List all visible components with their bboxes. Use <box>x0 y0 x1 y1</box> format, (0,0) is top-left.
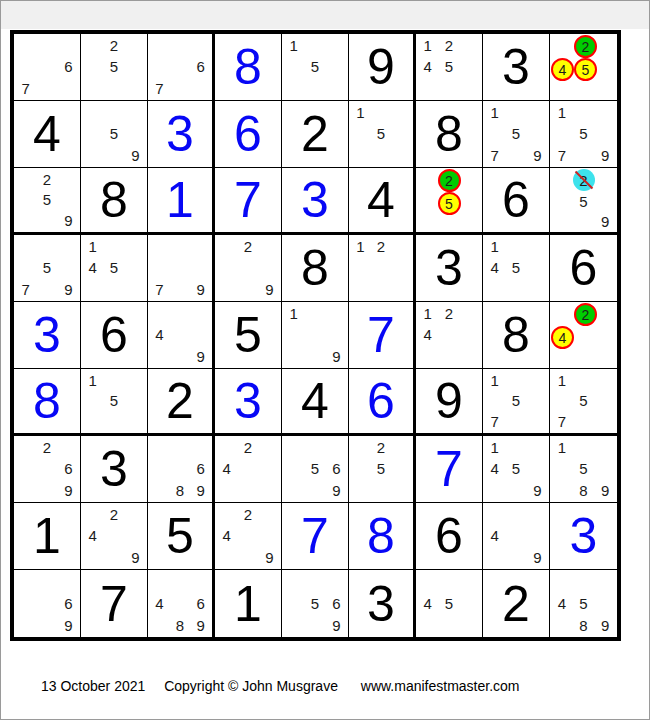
cell-r5c2[interactable]: 6 <box>81 302 148 369</box>
solved-digit: 2 <box>166 376 194 426</box>
cell-r5c6[interactable]: 7 <box>349 302 416 369</box>
candidate-5: 5 <box>103 257 124 278</box>
cell-r7c7[interactable]: 7 <box>416 436 483 503</box>
cell-r7c2[interactable]: 3 <box>81 436 148 503</box>
candidate-9: 9 <box>594 480 616 501</box>
cell-r8c3[interactable]: 5 <box>148 503 215 570</box>
candidate-7: 7 <box>149 78 170 99</box>
solved-digit: 5 <box>234 310 262 360</box>
candidate-6: 6 <box>326 458 347 479</box>
candidate-6: 6 <box>58 56 79 77</box>
solved-digit: 8 <box>100 175 128 225</box>
solved-digit: 1 <box>234 579 262 629</box>
solved-digit: 8 <box>502 310 530 360</box>
solved-digit: 9 <box>435 376 463 426</box>
candidate-2: 2 <box>237 437 258 458</box>
pencil-marks: 157 <box>483 369 549 433</box>
pencil-marks: 259 <box>14 168 80 232</box>
pencil-marks: 259 <box>550 168 617 232</box>
candidate-9: 9 <box>594 614 616 636</box>
solved-digit: 2 <box>301 109 329 159</box>
candidate-7: 7 <box>149 279 170 300</box>
pencil-marks: 12 <box>349 235 413 301</box>
pencil-marks: 249 <box>215 503 281 569</box>
candidate-9: 9 <box>527 480 548 501</box>
candidate-1: 1 <box>350 236 371 257</box>
candidate-5-yellow-highlight: 5 <box>438 192 461 215</box>
cell-r4c2[interactable]: 145 <box>81 235 148 302</box>
candidate-5: 5 <box>304 458 325 479</box>
candidate-5: 5 <box>573 391 595 412</box>
cell-r2c1[interactable]: 4 <box>14 101 81 168</box>
candidate-2: 2 <box>237 236 258 257</box>
cell-r8c5[interactable]: 7 <box>282 503 349 570</box>
top-bar <box>1 1 649 29</box>
candidate-5: 5 <box>505 257 526 278</box>
cell-r7c5[interactable]: 569 <box>282 436 349 503</box>
pencil-marks: 69 <box>14 570 80 637</box>
candidate-9: 9 <box>190 279 211 300</box>
footer-copyright: Copyright © John Musgrave <box>164 678 338 694</box>
pencil-marks: 269 <box>14 436 80 502</box>
cell-r6c4[interactable]: 3 <box>215 369 282 436</box>
candidate-4: 4 <box>484 525 505 546</box>
cell-r4c9[interactable]: 6 <box>550 235 617 302</box>
cell-r1c9[interactable]: 245 <box>550 34 617 101</box>
cell-r8c8[interactable]: 49 <box>483 503 550 570</box>
solved-digit: 3 <box>234 376 262 426</box>
pencil-marks: 145 <box>81 235 147 301</box>
solved-digit: 6 <box>570 243 598 293</box>
pencil-marks: 25 <box>416 168 482 232</box>
candidate-5: 5 <box>505 391 526 412</box>
candidate-2-green-highlight: 2 <box>438 169 461 192</box>
candidate-9: 9 <box>326 346 347 367</box>
solved-digit: 4 <box>367 175 395 225</box>
cell-r5c8[interactable]: 8 <box>483 302 550 369</box>
cell-r4c6[interactable]: 12 <box>349 235 416 302</box>
candidate-1: 1 <box>551 437 573 458</box>
candidate-1: 1 <box>551 102 573 123</box>
candidate-9: 9 <box>326 614 347 636</box>
candidate-9: 9 <box>190 614 211 636</box>
solved-digit: 8 <box>301 243 329 293</box>
cell-r9c4[interactable]: 1 <box>215 570 282 637</box>
cell-r6c1[interactable]: 8 <box>14 369 81 436</box>
candidate-8: 8 <box>170 480 191 501</box>
cell-r7c1[interactable]: 269 <box>14 436 81 503</box>
solved-digit: 6 <box>435 511 463 561</box>
candidate-7: 7 <box>15 78 36 99</box>
cell-r8c4[interactable]: 249 <box>215 503 282 570</box>
cell-r5c3[interactable]: 49 <box>148 302 215 369</box>
pencil-marks: 29 <box>215 235 281 301</box>
solved-digit: 5 <box>166 511 194 561</box>
candidate-2: 2 <box>371 236 392 257</box>
cell-r6c5[interactable]: 4 <box>282 369 349 436</box>
cell-r8c9[interactable]: 3 <box>550 503 617 570</box>
candidate-4: 4 <box>149 593 170 615</box>
candidate-7: 7 <box>551 145 573 166</box>
cell-r7c6[interactable]: 25 <box>349 436 416 503</box>
cell-r5c1[interactable]: 3 <box>14 302 81 369</box>
pencil-marks: 67 <box>148 34 212 100</box>
pencil-marks: 24 <box>215 436 281 502</box>
candidate-2: 2 <box>36 437 57 458</box>
candidate-7: 7 <box>15 279 36 300</box>
footer: 13 October 2021 Copyright © John Musgrav… <box>41 678 520 694</box>
pencil-marks: 689 <box>148 436 212 502</box>
solved-digit: 6 <box>502 175 530 225</box>
candidate-4-yellow-highlight: 4 <box>551 326 574 349</box>
candidate-4: 4 <box>216 458 237 479</box>
candidate-2: 2 <box>438 303 459 324</box>
candidate-4: 4 <box>417 593 438 615</box>
candidate-5: 5 <box>573 593 595 615</box>
candidate-6: 6 <box>190 458 211 479</box>
solved-digit: 7 <box>367 310 395 360</box>
solved-digit: 8 <box>435 109 463 159</box>
cell-r9c3[interactable]: 4689 <box>148 570 215 637</box>
pencil-marks: 45 <box>416 570 482 637</box>
cell-r3c6[interactable]: 4 <box>349 168 416 235</box>
candidate-6: 6 <box>58 458 79 479</box>
solved-digit: 3 <box>33 310 61 360</box>
candidate-1: 1 <box>551 370 573 391</box>
candidate-5: 5 <box>438 56 459 77</box>
candidate-9: 9 <box>595 211 617 231</box>
candidate-4: 4 <box>149 324 170 345</box>
candidate-8: 8 <box>573 614 595 636</box>
pencil-marks: 67 <box>14 34 80 100</box>
cell-r4c5[interactable]: 8 <box>282 235 349 302</box>
solved-digit: 3 <box>435 243 463 293</box>
candidate-5: 5 <box>103 391 124 412</box>
solved-digit: 9 <box>367 42 395 92</box>
cell-r2c6[interactable]: 15 <box>349 101 416 168</box>
cell-r4c4[interactable]: 29 <box>215 235 282 302</box>
cell-r4c1[interactable]: 579 <box>14 235 81 302</box>
candidate-6: 6 <box>190 593 211 615</box>
candidate-8: 8 <box>573 480 595 501</box>
cell-r8c1[interactable]: 1 <box>14 503 81 570</box>
candidate-2: 2 <box>438 35 459 56</box>
footer-date: 13 October 2021 <box>41 678 145 694</box>
cell-r1c2[interactable]: 25 <box>81 34 148 101</box>
cell-r1c3[interactable]: 67 <box>148 34 215 101</box>
candidate-1: 1 <box>417 303 438 324</box>
pencil-marks: 4589 <box>550 570 617 637</box>
solved-digit: 3 <box>570 511 598 561</box>
candidate-2: 2 <box>103 35 124 56</box>
candidate-6: 6 <box>190 56 211 77</box>
pencil-marks: 145 <box>483 235 549 301</box>
cell-r9c1[interactable]: 69 <box>14 570 81 637</box>
cell-r3c8[interactable]: 6 <box>483 168 550 235</box>
candidate-9: 9 <box>259 547 280 568</box>
solved-digit: 7 <box>435 444 463 494</box>
solved-digit: 3 <box>367 579 395 629</box>
cell-r9c6[interactable]: 3 <box>349 570 416 637</box>
cell-r9c7[interactable]: 45 <box>416 570 483 637</box>
candidate-4: 4 <box>216 525 237 546</box>
cell-r3c7[interactable]: 25 <box>416 168 483 235</box>
solved-digit: 8 <box>367 511 395 561</box>
solved-digit: 3 <box>166 109 194 159</box>
cell-r8c2[interactable]: 249 <box>81 503 148 570</box>
candidate-1: 1 <box>484 236 505 257</box>
candidate-6: 6 <box>326 593 347 615</box>
candidate-2-green-highlight: 2 <box>574 35 597 58</box>
candidate-4: 4 <box>417 324 438 345</box>
candidate-9: 9 <box>190 346 211 367</box>
candidate-1: 1 <box>82 236 103 257</box>
solved-digit: 3 <box>502 42 530 92</box>
pencil-marks: 569 <box>282 436 348 502</box>
cell-r1c4[interactable]: 8 <box>215 34 282 101</box>
cell-r3c3[interactable]: 1 <box>148 168 215 235</box>
candidate-5: 5 <box>304 56 325 77</box>
sudoku-board: 6725678159124532454593621581579157925981… <box>10 30 621 641</box>
candidate-7: 7 <box>551 411 573 432</box>
cell-r7c9[interactable]: 1589 <box>550 436 617 503</box>
candidate-2-cyan-highlight: 2 <box>573 169 595 191</box>
pencil-marks: 24 <box>550 302 617 368</box>
candidate-8: 8 <box>170 614 191 636</box>
candidate-4-yellow-highlight: 4 <box>551 58 574 81</box>
candidate-9: 9 <box>594 145 616 166</box>
candidate-1: 1 <box>283 35 304 56</box>
candidate-5: 5 <box>304 593 325 615</box>
cell-r1c6[interactable]: 9 <box>349 34 416 101</box>
cell-r6c9[interactable]: 157 <box>550 369 617 436</box>
candidate-9: 9 <box>58 480 79 501</box>
candidate-4: 4 <box>484 458 505 479</box>
cell-r2c8[interactable]: 1579 <box>483 101 550 168</box>
candidate-9: 9 <box>326 480 347 501</box>
solved-digit: 7 <box>301 511 329 561</box>
candidate-4: 4 <box>484 257 505 278</box>
candidate-9: 9 <box>58 279 79 300</box>
candidate-4: 4 <box>551 593 573 615</box>
cell-r1c1[interactable]: 67 <box>14 34 81 101</box>
cell-r9c8[interactable]: 2 <box>483 570 550 637</box>
candidate-9: 9 <box>125 145 146 166</box>
candidate-5: 5 <box>438 593 459 615</box>
candidate-5: 5 <box>371 123 392 144</box>
cell-r2c3[interactable]: 3 <box>148 101 215 168</box>
cell-r5c5[interactable]: 19 <box>282 302 349 369</box>
candidate-5: 5 <box>36 190 57 211</box>
candidate-9: 9 <box>259 279 280 300</box>
candidate-9: 9 <box>527 145 548 166</box>
cell-r7c8[interactable]: 1459 <box>483 436 550 503</box>
candidate-5: 5 <box>573 458 595 479</box>
cell-r8c6[interactable]: 8 <box>349 503 416 570</box>
candidate-9: 9 <box>125 547 146 568</box>
pencil-marks: 1579 <box>550 101 617 167</box>
candidate-5: 5 <box>103 56 124 77</box>
pencil-marks: 49 <box>148 302 212 368</box>
pencil-marks: 15 <box>81 369 147 433</box>
candidate-5-yellow-highlight: 5 <box>574 58 597 81</box>
cell-r4c8[interactable]: 145 <box>483 235 550 302</box>
candidate-5: 5 <box>505 123 526 144</box>
pencil-marks: 579 <box>14 235 80 301</box>
cell-r2c2[interactable]: 59 <box>81 101 148 168</box>
cell-r4c3[interactable]: 79 <box>148 235 215 302</box>
pencil-marks: 124 <box>416 302 482 368</box>
candidate-2: 2 <box>237 504 258 525</box>
cell-r1c7[interactable]: 1245 <box>416 34 483 101</box>
cell-r2c7[interactable]: 8 <box>416 101 483 168</box>
solved-digit: 6 <box>234 109 262 159</box>
solved-digit: 1 <box>33 511 61 561</box>
candidate-5: 5 <box>505 458 526 479</box>
solved-digit: 2 <box>502 579 530 629</box>
cell-r2c9[interactable]: 1579 <box>550 101 617 168</box>
pencil-marks: 49 <box>483 503 549 569</box>
pencil-marks: 1579 <box>483 101 549 167</box>
pencil-marks: 1245 <box>416 34 482 100</box>
candidate-1: 1 <box>417 35 438 56</box>
cell-r6c6[interactable]: 6 <box>349 369 416 436</box>
solved-digit: 8 <box>234 42 262 92</box>
pencil-marks: 245 <box>550 34 617 100</box>
cell-r3c2[interactable]: 8 <box>81 168 148 235</box>
cell-r3c5[interactable]: 3 <box>282 168 349 235</box>
pencil-marks: 4689 <box>148 570 212 637</box>
cell-r1c5[interactable]: 15 <box>282 34 349 101</box>
candidate-5: 5 <box>573 191 595 211</box>
cell-r6c2[interactable]: 15 <box>81 369 148 436</box>
candidate-9: 9 <box>58 210 79 231</box>
cell-r5c4[interactable]: 5 <box>215 302 282 369</box>
footer-website: www.manifestmaster.com <box>361 678 520 694</box>
pencil-marks: 15 <box>349 101 413 167</box>
cell-r4c7[interactable]: 3 <box>416 235 483 302</box>
candidate-4: 4 <box>82 257 103 278</box>
candidate-2-green-highlight: 2 <box>574 303 597 326</box>
cell-r9c5[interactable]: 569 <box>282 570 349 637</box>
cell-r2c5[interactable]: 2 <box>282 101 349 168</box>
cell-r6c3[interactable]: 2 <box>148 369 215 436</box>
app-window: 6725678159124532454593621581579157925981… <box>0 0 650 720</box>
candidate-1: 1 <box>350 102 371 123</box>
cell-r5c7[interactable]: 124 <box>416 302 483 369</box>
candidate-9: 9 <box>527 547 548 568</box>
cell-r6c8[interactable]: 157 <box>483 369 550 436</box>
candidate-5: 5 <box>36 257 57 278</box>
cell-r8c7[interactable]: 6 <box>416 503 483 570</box>
cell-r5c9[interactable]: 24 <box>550 302 617 369</box>
cell-r1c8[interactable]: 3 <box>483 34 550 101</box>
cell-r9c9[interactable]: 4589 <box>550 570 617 637</box>
solved-digit: 6 <box>367 376 395 426</box>
pencil-marks: 25 <box>349 436 413 502</box>
candidate-9: 9 <box>58 614 79 636</box>
solved-digit: 3 <box>100 444 128 494</box>
pencil-marks: 569 <box>282 570 348 637</box>
candidate-2: 2 <box>371 437 392 458</box>
cell-r2c4[interactable]: 6 <box>215 101 282 168</box>
pencil-marks: 1459 <box>483 436 549 502</box>
candidate-5: 5 <box>573 123 595 144</box>
solved-digit: 7 <box>100 579 128 629</box>
cell-r6c7[interactable]: 9 <box>416 369 483 436</box>
cell-r3c9[interactable]: 259 <box>550 168 617 235</box>
solved-digit: 4 <box>33 109 61 159</box>
candidate-2: 2 <box>36 169 57 190</box>
candidate-7: 7 <box>484 411 505 432</box>
candidate-1: 1 <box>82 370 103 391</box>
candidate-5: 5 <box>103 123 124 144</box>
candidate-5: 5 <box>371 458 392 479</box>
pencil-marks: 1589 <box>550 436 617 502</box>
pencil-marks: 249 <box>81 503 147 569</box>
candidate-2: 2 <box>103 504 124 525</box>
solved-digit: 6 <box>100 310 128 360</box>
pencil-marks: 25 <box>81 34 147 100</box>
candidate-6: 6 <box>58 593 79 615</box>
cell-r9c2[interactable]: 7 <box>81 570 148 637</box>
pencil-marks: 15 <box>282 34 348 100</box>
cell-r3c1[interactable]: 259 <box>14 168 81 235</box>
solved-digit: 1 <box>166 175 194 225</box>
pencil-marks: 59 <box>81 101 147 167</box>
pencil-marks: 19 <box>282 302 348 368</box>
solved-digit: 8 <box>33 376 61 426</box>
cell-r7c4[interactable]: 24 <box>215 436 282 503</box>
candidate-1: 1 <box>484 102 505 123</box>
candidate-4: 4 <box>417 56 438 77</box>
cell-r7c3[interactable]: 689 <box>148 436 215 503</box>
candidate-1: 1 <box>484 437 505 458</box>
candidate-7: 7 <box>484 145 505 166</box>
candidate-9: 9 <box>190 480 211 501</box>
pencil-marks: 157 <box>550 369 617 433</box>
cell-r3c4[interactable]: 7 <box>215 168 282 235</box>
solved-digit: 4 <box>301 376 329 426</box>
solved-digit: 7 <box>234 175 262 225</box>
candidate-1: 1 <box>484 370 505 391</box>
candidate-1: 1 <box>283 303 304 324</box>
candidate-4: 4 <box>82 525 103 546</box>
solved-digit: 3 <box>301 175 329 225</box>
pencil-marks: 79 <box>148 235 212 301</box>
